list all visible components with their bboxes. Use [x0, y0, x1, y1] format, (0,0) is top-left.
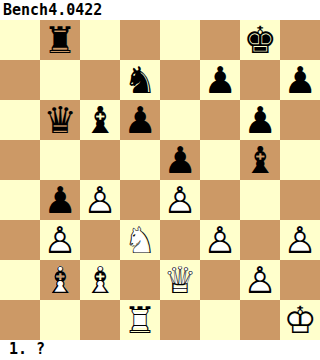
square-c5[interactable] — [80, 140, 120, 180]
position-title: Bench4.0422 — [0, 0, 320, 20]
piece-glyph: ♝ — [80, 100, 120, 140]
piece-white-bishop[interactable]: ♝♗ — [80, 260, 120, 300]
piece-glyph: ♟ — [40, 180, 80, 220]
piece-black-bishop[interactable]: ♝ — [80, 100, 120, 140]
square-h7[interactable]: ♟ — [280, 60, 320, 100]
square-e6[interactable] — [160, 100, 200, 140]
square-h4[interactable] — [280, 180, 320, 220]
piece-glyph: ♚ — [240, 20, 280, 60]
piece-white-pawn[interactable]: ♟♙ — [280, 220, 320, 260]
square-d7[interactable]: ♞ — [120, 60, 160, 100]
piece-black-pawn[interactable]: ♟ — [200, 60, 240, 100]
piece-glyph: ♟ — [120, 100, 160, 140]
square-f5[interactable] — [200, 140, 240, 180]
square-h5[interactable] — [280, 140, 320, 180]
square-e3[interactable] — [160, 220, 200, 260]
square-g7[interactable] — [240, 60, 280, 100]
square-a6[interactable] — [0, 100, 40, 140]
square-b7[interactable] — [40, 60, 80, 100]
square-h1[interactable]: ♚♔ — [280, 300, 320, 340]
square-h6[interactable] — [280, 100, 320, 140]
square-b4[interactable]: ♟ — [40, 180, 80, 220]
square-a5[interactable] — [0, 140, 40, 180]
square-d2[interactable] — [120, 260, 160, 300]
square-a1[interactable] — [0, 300, 40, 340]
square-d1[interactable]: ♜♖ — [120, 300, 160, 340]
square-b5[interactable] — [40, 140, 80, 180]
square-c1[interactable] — [80, 300, 120, 340]
square-f8[interactable] — [200, 20, 240, 60]
square-f2[interactable] — [200, 260, 240, 300]
square-f6[interactable] — [200, 100, 240, 140]
square-e5[interactable]: ♟ — [160, 140, 200, 180]
square-g6[interactable]: ♟ — [240, 100, 280, 140]
piece-black-king[interactable]: ♚ — [240, 20, 280, 60]
piece-white-pawn[interactable]: ♟♙ — [40, 220, 80, 260]
square-e7[interactable] — [160, 60, 200, 100]
square-c8[interactable] — [80, 20, 120, 60]
square-d4[interactable] — [120, 180, 160, 220]
square-b1[interactable] — [40, 300, 80, 340]
piece-black-rook[interactable]: ♜ — [40, 20, 80, 60]
square-a8[interactable] — [0, 20, 40, 60]
piece-black-pawn[interactable]: ♟ — [280, 60, 320, 100]
piece-outline: ♙ — [280, 220, 320, 260]
square-g3[interactable] — [240, 220, 280, 260]
square-d8[interactable] — [120, 20, 160, 60]
piece-black-pawn[interactable]: ♟ — [120, 100, 160, 140]
piece-outline: ♕ — [160, 260, 200, 300]
square-c6[interactable]: ♝ — [80, 100, 120, 140]
square-g1[interactable] — [240, 300, 280, 340]
square-f4[interactable] — [200, 180, 240, 220]
square-a3[interactable] — [0, 220, 40, 260]
square-a7[interactable] — [0, 60, 40, 100]
piece-glyph: ♟ — [200, 60, 240, 100]
square-b8[interactable]: ♜ — [40, 20, 80, 60]
square-f1[interactable] — [200, 300, 240, 340]
square-b3[interactable]: ♟♙ — [40, 220, 80, 260]
square-e4[interactable]: ♟♙ — [160, 180, 200, 220]
square-c7[interactable] — [80, 60, 120, 100]
piece-white-knight[interactable]: ♞♘ — [120, 220, 160, 260]
piece-white-pawn[interactable]: ♟♙ — [240, 260, 280, 300]
square-e2[interactable]: ♛♕ — [160, 260, 200, 300]
square-h8[interactable] — [280, 20, 320, 60]
piece-glyph: ♞ — [120, 60, 160, 100]
piece-black-queen[interactable]: ♛ — [40, 100, 80, 140]
square-g8[interactable]: ♚ — [240, 20, 280, 60]
move-prompt: 1. ? — [0, 340, 320, 360]
piece-black-knight[interactable]: ♞ — [120, 60, 160, 100]
square-a2[interactable] — [0, 260, 40, 300]
piece-outline: ♖ — [120, 300, 160, 340]
square-c3[interactable] — [80, 220, 120, 260]
square-g2[interactable]: ♟♙ — [240, 260, 280, 300]
piece-outline: ♙ — [160, 180, 200, 220]
piece-outline: ♘ — [120, 220, 160, 260]
square-c2[interactable]: ♝♗ — [80, 260, 120, 300]
chess-app-window: Bench4.0422 ♜♚♞♟♟♛♝♟♟♟♝♟♟♙♟♙♟♙♞♘♟♙♟♙♝♗♝♗… — [0, 0, 320, 360]
square-f3[interactable]: ♟♙ — [200, 220, 240, 260]
piece-black-pawn[interactable]: ♟ — [160, 140, 200, 180]
square-e1[interactable] — [160, 300, 200, 340]
square-d3[interactable]: ♞♘ — [120, 220, 160, 260]
square-c4[interactable]: ♟♙ — [80, 180, 120, 220]
piece-glyph: ♝ — [240, 140, 280, 180]
square-a4[interactable] — [0, 180, 40, 220]
piece-black-pawn[interactable]: ♟ — [240, 100, 280, 140]
piece-white-king[interactable]: ♚♔ — [280, 300, 320, 340]
piece-outline: ♗ — [80, 260, 120, 300]
piece-glyph: ♟ — [280, 60, 320, 100]
square-d5[interactable] — [120, 140, 160, 180]
piece-black-pawn[interactable]: ♟ — [40, 180, 80, 220]
piece-white-bishop[interactable]: ♝♗ — [40, 260, 80, 300]
square-h3[interactable]: ♟♙ — [280, 220, 320, 260]
square-f7[interactable]: ♟ — [200, 60, 240, 100]
square-g4[interactable] — [240, 180, 280, 220]
chess-board: ♜♚♞♟♟♛♝♟♟♟♝♟♟♙♟♙♟♙♞♘♟♙♟♙♝♗♝♗♛♕♟♙♜♖♚♔ — [0, 20, 320, 340]
square-h2[interactable] — [280, 260, 320, 300]
square-b2[interactable]: ♝♗ — [40, 260, 80, 300]
piece-glyph: ♟ — [240, 100, 280, 140]
piece-white-rook[interactable]: ♜♖ — [120, 300, 160, 340]
piece-outline: ♙ — [240, 260, 280, 300]
piece-white-pawn[interactable]: ♟♙ — [160, 180, 200, 220]
piece-outline: ♔ — [280, 300, 320, 340]
square-d6[interactable]: ♟ — [120, 100, 160, 140]
piece-outline: ♙ — [80, 180, 120, 220]
piece-white-pawn[interactable]: ♟♙ — [80, 180, 120, 220]
piece-outline: ♙ — [200, 220, 240, 260]
piece-black-bishop[interactable]: ♝ — [240, 140, 280, 180]
square-e8[interactable] — [160, 20, 200, 60]
piece-white-queen[interactable]: ♛♕ — [160, 260, 200, 300]
piece-white-pawn[interactable]: ♟♙ — [200, 220, 240, 260]
piece-glyph: ♛ — [40, 100, 80, 140]
piece-outline: ♙ — [40, 220, 80, 260]
square-g5[interactable]: ♝ — [240, 140, 280, 180]
piece-glyph: ♜ — [40, 20, 80, 60]
square-b6[interactable]: ♛ — [40, 100, 80, 140]
piece-outline: ♗ — [40, 260, 80, 300]
piece-glyph: ♟ — [160, 140, 200, 180]
